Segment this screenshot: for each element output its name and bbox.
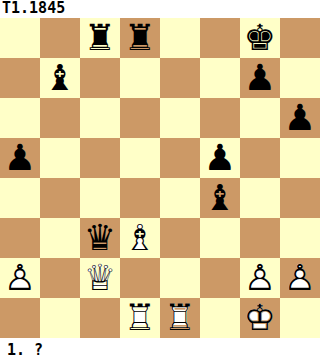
white-piece-outline: ♙ (280, 258, 320, 298)
square-d6[interactable] (120, 98, 160, 138)
square-c8[interactable]: ♜ (80, 18, 120, 58)
piece-white-king[interactable]: ♚♔ (240, 298, 280, 338)
square-c6[interactable] (80, 98, 120, 138)
piece-white-rook[interactable]: ♜♖ (120, 298, 160, 338)
square-h3[interactable] (280, 218, 320, 258)
square-d1[interactable]: ♜♖ (120, 298, 160, 338)
piece-white-pawn[interactable]: ♟♙ (240, 258, 280, 298)
square-g8[interactable]: ♚ (240, 18, 280, 58)
square-a8[interactable] (0, 18, 40, 58)
square-e6[interactable] (160, 98, 200, 138)
square-d7[interactable] (120, 58, 160, 98)
chess-board: ♜♜♚♝♟♟♟♟♝♛♝♗♟♙♛♕♟♙♟♙♜♖♜♖♚♔ (0, 18, 320, 338)
square-e2[interactable] (160, 258, 200, 298)
white-piece-outline: ♙ (240, 258, 280, 298)
square-h1[interactable] (280, 298, 320, 338)
square-e7[interactable] (160, 58, 200, 98)
piece-white-rook[interactable]: ♜♖ (160, 298, 200, 338)
white-piece-outline: ♗ (120, 218, 160, 258)
square-h4[interactable] (280, 178, 320, 218)
piece-white-pawn[interactable]: ♟♙ (0, 258, 40, 298)
white-piece-outline: ♙ (0, 258, 40, 298)
piece-black-queen[interactable]: ♛ (80, 218, 120, 258)
square-e1[interactable]: ♜♖ (160, 298, 200, 338)
square-c7[interactable] (80, 58, 120, 98)
piece-black-bishop[interactable]: ♝ (200, 178, 240, 218)
piece-black-rook[interactable]: ♜ (80, 18, 120, 58)
white-piece-outline: ♖ (160, 298, 200, 338)
puzzle-id: T1.1845 (0, 0, 320, 18)
piece-black-pawn[interactable]: ♟ (240, 58, 280, 98)
square-d2[interactable] (120, 258, 160, 298)
square-f1[interactable] (200, 298, 240, 338)
square-c5[interactable] (80, 138, 120, 178)
square-a5[interactable]: ♟ (0, 138, 40, 178)
square-b1[interactable] (40, 298, 80, 338)
square-d5[interactable] (120, 138, 160, 178)
square-a2[interactable]: ♟♙ (0, 258, 40, 298)
square-b8[interactable] (40, 18, 80, 58)
square-e3[interactable] (160, 218, 200, 258)
square-e5[interactable] (160, 138, 200, 178)
piece-black-pawn[interactable]: ♟ (200, 138, 240, 178)
square-g2[interactable]: ♟♙ (240, 258, 280, 298)
piece-white-queen[interactable]: ♛♕ (80, 258, 120, 298)
square-d8[interactable]: ♜ (120, 18, 160, 58)
square-g3[interactable] (240, 218, 280, 258)
square-a6[interactable] (0, 98, 40, 138)
square-h6[interactable]: ♟ (280, 98, 320, 138)
square-d4[interactable] (120, 178, 160, 218)
square-g5[interactable] (240, 138, 280, 178)
square-h8[interactable] (280, 18, 320, 58)
square-c3[interactable]: ♛ (80, 218, 120, 258)
square-b3[interactable] (40, 218, 80, 258)
white-piece-outline: ♖ (120, 298, 160, 338)
square-a7[interactable] (0, 58, 40, 98)
square-b4[interactable] (40, 178, 80, 218)
square-f5[interactable]: ♟ (200, 138, 240, 178)
square-h5[interactable] (280, 138, 320, 178)
square-a1[interactable] (0, 298, 40, 338)
square-g6[interactable] (240, 98, 280, 138)
square-g1[interactable]: ♚♔ (240, 298, 280, 338)
white-piece-outline: ♔ (240, 298, 280, 338)
square-a4[interactable] (0, 178, 40, 218)
square-b7[interactable]: ♝ (40, 58, 80, 98)
move-prompt: 1. ? (0, 338, 320, 360)
square-h7[interactable] (280, 58, 320, 98)
square-e4[interactable] (160, 178, 200, 218)
square-c2[interactable]: ♛♕ (80, 258, 120, 298)
square-g7[interactable]: ♟ (240, 58, 280, 98)
square-f2[interactable] (200, 258, 240, 298)
square-f4[interactable]: ♝ (200, 178, 240, 218)
piece-black-pawn[interactable]: ♟ (0, 138, 40, 178)
piece-black-rook[interactable]: ♜ (120, 18, 160, 58)
square-f8[interactable] (200, 18, 240, 58)
piece-black-pawn[interactable]: ♟ (280, 98, 320, 138)
white-piece-outline: ♕ (80, 258, 120, 298)
square-d3[interactable]: ♝♗ (120, 218, 160, 258)
square-a3[interactable] (0, 218, 40, 258)
piece-black-bishop[interactable]: ♝ (40, 58, 80, 98)
square-h2[interactable]: ♟♙ (280, 258, 320, 298)
piece-white-pawn[interactable]: ♟♙ (280, 258, 320, 298)
square-c1[interactable] (80, 298, 120, 338)
square-b5[interactable] (40, 138, 80, 178)
square-f6[interactable] (200, 98, 240, 138)
square-f3[interactable] (200, 218, 240, 258)
piece-white-bishop[interactable]: ♝♗ (120, 218, 160, 258)
square-f7[interactable] (200, 58, 240, 98)
piece-black-king[interactable]: ♚ (240, 18, 280, 58)
square-c4[interactable] (80, 178, 120, 218)
square-b2[interactable] (40, 258, 80, 298)
chess-puzzle-window: T1.1845 ♜♜♚♝♟♟♟♟♝♛♝♗♟♙♛♕♟♙♟♙♜♖♜♖♚♔ 1. ? (0, 0, 320, 360)
square-e8[interactable] (160, 18, 200, 58)
square-g4[interactable] (240, 178, 280, 218)
square-b6[interactable] (40, 98, 80, 138)
